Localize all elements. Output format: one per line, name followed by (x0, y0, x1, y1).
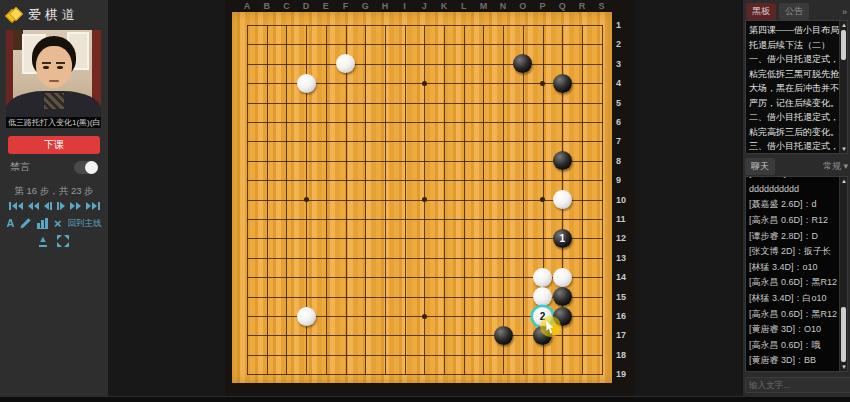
chat-input-row: 发送 (745, 376, 848, 393)
col-label-H: H (378, 0, 392, 12)
fast-forward-button[interactable] (70, 200, 81, 212)
step-forward-button[interactable] (57, 200, 65, 212)
stone-black-Q8[interactable] (553, 151, 572, 170)
col-label-C: C (279, 0, 293, 12)
chart-tool-icon[interactable] (37, 218, 48, 229)
chat-message-box: [高永昌 0.6D]：D+[黄唐睿 3D]：是D[高永昌 0.6D]：D+D[高… (745, 176, 848, 372)
lesson-outline-text: 第四课——借小目布局托退后续下法（二）一、借小目托退定式，粘完低拆三黑可脱先抢大… (749, 23, 839, 154)
star-point (304, 197, 309, 202)
chat-message: [高永昌 0.6D]：黑R12 (749, 275, 839, 291)
chat-message: [黄唐睿 3D]：BB (749, 353, 839, 369)
row-label-1: 1 (616, 20, 634, 30)
lesson-paragraph: 第四课——借小目布局托退后续下法（二） (749, 23, 839, 52)
grid-line (602, 25, 603, 375)
extra-tools: ▲ (0, 235, 108, 247)
row-label-4: 4 (616, 78, 634, 88)
clear-tool-button[interactable]: × (54, 218, 62, 229)
chat-filter-dropdown[interactable]: 常规 ▾ (823, 160, 848, 173)
col-label-D: D (299, 0, 313, 12)
mute-row: 禁言 (10, 160, 98, 174)
step-status: 第 16 步，共 23 步 (0, 185, 108, 198)
fast-rewind-button[interactable] (28, 200, 39, 212)
mute-toggle[interactable] (74, 161, 98, 174)
go-board[interactable]: ABCDEFGHIJKLMNOPQRS 12345678910111213141… (225, 0, 635, 402)
lesson-paragraph: 二、借小目托退定式，粘完高拆三后的变化。 (749, 110, 839, 139)
expand-icon[interactable] (57, 235, 69, 247)
bottom-bar (0, 396, 850, 402)
media-controls (0, 200, 108, 212)
lesson-outline-box: 第四课——借小目布局托退后续下法（二）一、借小目托退定式，粘完低拆三黑可脱先抢大… (745, 20, 848, 154)
stone-white-Q14[interactable] (553, 268, 572, 287)
col-label-R: R (575, 0, 589, 12)
brand-row: 爱棋道 (0, 0, 108, 28)
chat-message: [黄唐睿 3D]：O10 (749, 322, 839, 338)
jump-to-end-button[interactable] (86, 200, 100, 212)
grid-line (503, 25, 504, 375)
column-labels: ABCDEFGHIJKLMNOPQRS (225, 0, 635, 12)
star-point (540, 81, 545, 86)
star-point (422, 197, 427, 202)
col-label-E: E (319, 0, 333, 12)
col-label-I: I (398, 0, 412, 12)
annotation-tools: A × 回到主线 (0, 217, 108, 229)
row-label-7: 7 (616, 136, 634, 146)
grid-line (247, 374, 603, 375)
chat-message: [高永昌 0.6D]：R12 (749, 213, 839, 229)
col-label-M: M (476, 0, 490, 12)
row-label-5: 5 (616, 98, 634, 108)
brand-logo-icon (7, 8, 22, 23)
grid-line (523, 25, 524, 375)
scroll-up-icon[interactable]: ▲ (840, 21, 848, 29)
chat-message: [林猛 3.4D]：白o10 (749, 291, 839, 307)
col-label-J: J (417, 0, 431, 12)
col-label-F: F (339, 0, 353, 12)
go-classroom-app: 爱棋道 低三路托打入变化1(黑)(白)平.. ▾ 下课 禁言 第 16 步，共 (0, 0, 850, 402)
step-back-button[interactable] (44, 200, 52, 212)
col-label-N: N (496, 0, 510, 12)
mute-label: 禁言 (10, 160, 30, 174)
row-label-12: 12 (616, 233, 634, 243)
lesson-paragraph: 一、借小目托退定式，粘完低拆三黑可脱先抢大场，黑在后冲击并不严厉，记住后续变化。 (749, 52, 839, 110)
stone-black-N17[interactable] (494, 326, 513, 345)
right-panel: 黑板 公告 » 第四课——借小目布局托退后续下法（二）一、借小目托退定式，粘完低… (743, 0, 850, 396)
star-point (422, 81, 427, 86)
board-grid[interactable]: 21 (232, 12, 612, 383)
row-label-15: 15 (616, 292, 634, 302)
chat-message-list: [高永昌 0.6D]：D+[黄唐睿 3D]：是D[高永昌 0.6D]：D+D[高… (749, 176, 839, 369)
stone-black-O3[interactable] (513, 54, 532, 73)
col-label-S: S (595, 0, 609, 12)
stone-white-D16[interactable] (297, 307, 316, 326)
chat-message: [林猛 3.4D]：o10 (749, 260, 839, 276)
grid-line (247, 355, 603, 356)
end-class-button[interactable]: 下课 (8, 136, 100, 154)
lesson-paragraph: 三、借小目托退定式，低拆四的应对。 (749, 139, 839, 154)
scroll-down-icon[interactable]: ▼ (840, 145, 848, 153)
col-label-P: P (536, 0, 550, 12)
col-label-B: B (260, 0, 274, 12)
stone-white-P15[interactable] (533, 287, 552, 306)
row-label-9: 9 (616, 175, 634, 185)
chat-message: [回忆 0D]：dddddddddddddddddd (749, 176, 839, 197)
row-label-17: 17 (616, 330, 634, 340)
grid-line (247, 258, 603, 259)
return-main-line-button[interactable]: 回到主线 (68, 217, 102, 229)
row-label-2: 2 (616, 39, 634, 49)
row-label-3: 3 (616, 59, 634, 69)
upload-icon[interactable]: ▲ (39, 235, 48, 247)
star-point (422, 314, 427, 319)
lesson-scroll-thumb[interactable] (841, 30, 846, 60)
col-label-O: O (516, 0, 530, 12)
chat-message: [高永昌 0.6D]：黑R12 (749, 307, 839, 323)
col-label-Q: Q (555, 0, 569, 12)
col-label-K: K (437, 0, 451, 12)
row-label-19: 19 (616, 369, 634, 379)
panel-tabs: 黑板 公告 » (743, 0, 850, 22)
col-label-G: G (358, 0, 372, 12)
row-label-14: 14 (616, 272, 634, 282)
chat-scroll-thumb[interactable] (841, 307, 846, 362)
grid-line (247, 238, 603, 239)
jump-to-start-button[interactable] (9, 200, 23, 212)
stone-white-P14[interactable] (533, 268, 552, 287)
row-label-11: 11 (616, 214, 634, 224)
stone-white-D4[interactable] (297, 74, 316, 93)
grid-line (247, 219, 603, 220)
collapse-panel-icon[interactable]: » (842, 7, 847, 17)
brand-name: 爱棋道 (28, 6, 79, 24)
variation-dropdown[interactable]: 低三路托打入变化1(黑)(白)平.. ▾ (6, 117, 101, 128)
teacher-video: 低三路托打入变化1(黑)(白)平.. ▾ (6, 30, 101, 128)
chat-input[interactable] (745, 377, 850, 393)
chat-message: [张文博 2D]：扳子长 (749, 244, 839, 260)
chat-header: 聊天 常规 ▾ (745, 158, 848, 175)
scroll-down-icon[interactable]: ▼ (840, 363, 848, 371)
stone-white-F3[interactable] (336, 54, 355, 73)
row-label-18: 18 (616, 350, 634, 360)
tab-chat[interactable]: 聊天 (745, 158, 775, 175)
row-label-16: 16 (616, 311, 634, 321)
tab-blackboard[interactable]: 黑板 (746, 3, 776, 20)
grid-line (483, 25, 484, 375)
star-point (540, 197, 545, 202)
grid-line (582, 25, 583, 375)
stone-black-Q4[interactable] (553, 74, 572, 93)
grid-line (444, 25, 445, 375)
chat-scrollbar: ▲ ▼ (839, 177, 847, 371)
video-feed (6, 30, 101, 117)
variation-label: 低三路托打入变化1(黑)(白)平.. (8, 117, 101, 128)
row-label-6: 6 (616, 117, 634, 127)
stone-black-Q12[interactable]: 1 (553, 229, 572, 248)
chat-message: [谭步睿 2.8D]：D (749, 229, 839, 245)
col-label-L: L (457, 0, 471, 12)
left-sidebar: 爱棋道 低三路托打入变化1(黑)(白)平.. ▾ 下课 禁言 第 16 步，共 (0, 0, 108, 396)
grid-line (464, 25, 465, 375)
scroll-up-icon[interactable]: ▲ (840, 177, 848, 185)
pen-tool-icon[interactable] (20, 218, 31, 229)
tab-announcement[interactable]: 公告 (779, 3, 809, 20)
chat-message: [聂嘉盛 2.6D]：d (749, 197, 839, 213)
row-label-13: 13 (616, 253, 634, 263)
col-label-A: A (240, 0, 254, 12)
text-tool-button[interactable]: A (6, 218, 14, 229)
stone-black-Q15[interactable] (553, 287, 572, 306)
lesson-scrollbar: ▲ ▼ (839, 21, 847, 153)
chat-message: [高永昌 0.6D]：哦 (749, 338, 839, 354)
row-label-10: 10 (616, 195, 634, 205)
row-label-8: 8 (616, 156, 634, 166)
stone-white-Q10[interactable] (553, 190, 572, 209)
